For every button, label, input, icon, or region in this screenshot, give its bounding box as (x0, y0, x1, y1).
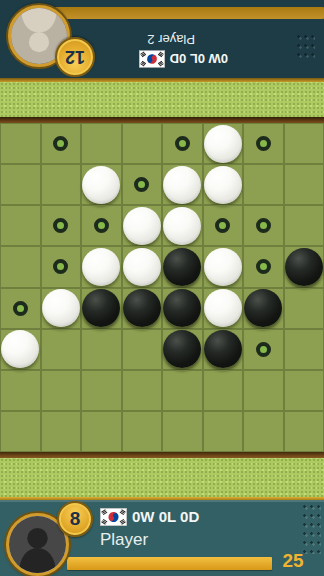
board-cell[interactable] (41, 246, 82, 287)
board-cell[interactable] (203, 164, 244, 205)
board-cell[interactable] (284, 123, 324, 164)
south-korea-flag-icon (139, 49, 165, 69)
legal-move-marker[interactable] (53, 259, 68, 274)
legal-move-marker[interactable] (94, 218, 109, 233)
white-disc (82, 248, 120, 286)
board-cell[interactable] (243, 246, 284, 287)
board-cell[interactable] (203, 205, 244, 246)
board-cell[interactable] (41, 205, 82, 246)
board-cell[interactable] (162, 329, 203, 370)
board-cell[interactable] (41, 370, 82, 411)
board-cell[interactable] (0, 288, 41, 329)
board-cell[interactable] (243, 411, 284, 452)
opponent-disc-count-badge: 12 (55, 37, 95, 77)
board-cell[interactable] (243, 123, 284, 164)
board-cell[interactable] (81, 411, 122, 452)
board-cell[interactable] (203, 411, 244, 452)
legal-move-marker[interactable] (53, 136, 68, 151)
board-cell[interactable] (122, 164, 163, 205)
board-cell[interactable] (162, 164, 203, 205)
board-cell[interactable] (81, 246, 122, 287)
board-cell[interactable] (81, 370, 122, 411)
legal-move-marker[interactable] (256, 136, 271, 151)
board-cell[interactable] (203, 246, 244, 287)
board-cell[interactable] (284, 288, 324, 329)
board-cell[interactable] (243, 288, 284, 329)
board-cell[interactable] (122, 370, 163, 411)
board-cell[interactable] (0, 329, 41, 370)
black-disc (163, 248, 201, 286)
board-cell[interactable] (122, 123, 163, 164)
legal-move-marker[interactable] (53, 218, 68, 233)
south-korea-flag-icon (100, 507, 127, 527)
board-cell[interactable] (284, 329, 324, 370)
opponent-timer-bar (55, 7, 324, 19)
legal-move-marker[interactable] (13, 301, 28, 316)
board-cell[interactable] (0, 246, 41, 287)
opponent-record: 0W 0L 0D (170, 52, 228, 67)
board-cell[interactable] (122, 246, 163, 287)
board-cell[interactable] (41, 123, 82, 164)
black-disc (244, 289, 282, 327)
board-cell[interactable] (41, 411, 82, 452)
board-cell[interactable] (284, 246, 324, 287)
board-cell[interactable] (243, 205, 284, 246)
board-cell[interactable] (162, 370, 203, 411)
opponent-panel-rotated-content: 0W 0L 0D P (0, 0, 324, 78)
opponent-panel: 0W 0L 0D P (0, 0, 324, 78)
board-cell[interactable] (162, 246, 203, 287)
legal-move-marker[interactable] (134, 177, 149, 192)
board-cell[interactable] (284, 205, 324, 246)
board-cell[interactable] (162, 288, 203, 329)
board-cell[interactable] (81, 205, 122, 246)
panel-dots-texture (295, 32, 315, 60)
othello-app-screen: 0W 0L 0D P (0, 0, 324, 576)
board (0, 123, 324, 452)
opponent-record-row: 0W 0L 0D (139, 49, 228, 69)
board-cell[interactable] (284, 370, 324, 411)
board-cell[interactable] (203, 329, 244, 370)
player-name: Player (100, 530, 148, 550)
black-disc (204, 330, 242, 368)
board-cell[interactable] (284, 164, 324, 205)
white-disc (163, 166, 201, 204)
board-cell[interactable] (41, 329, 82, 370)
white-disc (204, 125, 242, 163)
board-cell[interactable] (81, 164, 122, 205)
black-disc (163, 289, 201, 327)
board-cell[interactable] (122, 329, 163, 370)
white-disc (204, 166, 242, 204)
white-disc (42, 289, 80, 327)
board-cell[interactable] (122, 288, 163, 329)
board-margin-bottom (0, 458, 324, 497)
board-cell[interactable] (243, 329, 284, 370)
white-disc (82, 166, 120, 204)
black-disc (163, 330, 201, 368)
white-disc (123, 207, 161, 245)
board-cell[interactable] (0, 164, 41, 205)
board-cell[interactable] (203, 370, 244, 411)
white-disc (163, 207, 201, 245)
board-margin-top (0, 82, 324, 117)
board-cell[interactable] (243, 370, 284, 411)
board-cell[interactable] (0, 205, 41, 246)
board-cell[interactable] (162, 205, 203, 246)
white-disc (204, 289, 242, 327)
white-disc (204, 248, 242, 286)
board-cell[interactable] (162, 411, 203, 452)
legal-move-marker[interactable] (175, 136, 190, 151)
player-record-row: 0W 0L 0D (100, 506, 199, 527)
legal-move-marker[interactable] (215, 218, 230, 233)
white-disc (1, 330, 39, 368)
board-cell[interactable] (41, 288, 82, 329)
board-cell[interactable] (0, 370, 41, 411)
legal-move-marker[interactable] (256, 218, 271, 233)
player-timer-bar (67, 557, 272, 570)
board-cell[interactable] (0, 411, 41, 452)
board-cell[interactable] (0, 123, 41, 164)
board-cell[interactable] (203, 123, 244, 164)
black-disc (285, 248, 323, 286)
board-cell[interactable] (243, 164, 284, 205)
board-cell[interactable] (122, 411, 163, 452)
board-cell[interactable] (41, 164, 82, 205)
opponent-name: Player 2 (147, 32, 195, 47)
board-cell[interactable] (162, 123, 203, 164)
board-cell[interactable] (203, 288, 244, 329)
board-cell[interactable] (81, 329, 122, 370)
board-cell[interactable] (284, 411, 324, 452)
player-record: 0W 0L 0D (132, 508, 199, 525)
black-disc (82, 289, 120, 327)
legal-move-marker[interactable] (256, 342, 271, 357)
player-panel: 0W 0L 0D Player 25 8 (0, 500, 324, 576)
board-cell[interactable] (81, 123, 122, 164)
black-disc (123, 289, 161, 327)
panel-dots-texture (301, 502, 321, 554)
player-disc-count-badge: 8 (57, 501, 93, 537)
legal-move-marker[interactable] (256, 259, 271, 274)
white-disc (123, 248, 161, 286)
board-cell[interactable] (81, 288, 122, 329)
board-cell[interactable] (122, 205, 163, 246)
